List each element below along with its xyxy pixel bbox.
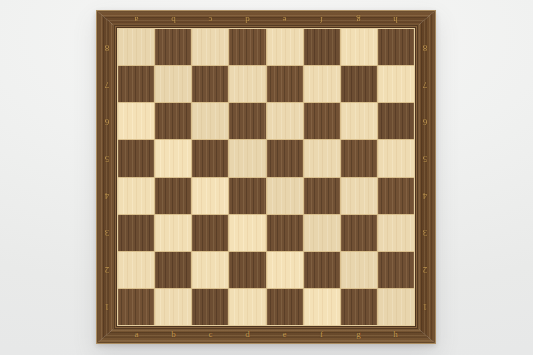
square-f2[interactable]	[304, 252, 340, 288]
square-h5[interactable]	[378, 140, 414, 176]
square-f4[interactable]	[304, 178, 340, 214]
square-g1[interactable]	[341, 289, 377, 325]
square-d3[interactable]	[229, 215, 265, 251]
square-b6[interactable]	[155, 103, 191, 139]
square-h2[interactable]	[378, 252, 414, 288]
square-c6[interactable]	[192, 103, 228, 139]
square-b2[interactable]	[155, 252, 191, 288]
square-f1[interactable]	[304, 289, 340, 325]
square-c7[interactable]	[192, 66, 228, 102]
chess-board: abcdefgh abcdefgh 87654321 87654321	[96, 10, 436, 344]
square-d7[interactable]	[229, 66, 265, 102]
square-b3[interactable]	[155, 215, 191, 251]
square-f7[interactable]	[304, 66, 340, 102]
square-b4[interactable]	[155, 178, 191, 214]
square-a7[interactable]	[118, 66, 154, 102]
board-frame-top-rail	[96, 10, 436, 29]
square-g4[interactable]	[341, 178, 377, 214]
square-c4[interactable]	[192, 178, 228, 214]
square-c3[interactable]	[192, 215, 228, 251]
square-d5[interactable]	[229, 140, 265, 176]
square-g8[interactable]	[341, 29, 377, 65]
square-e2[interactable]	[267, 252, 303, 288]
square-d2[interactable]	[229, 252, 265, 288]
square-c1[interactable]	[192, 289, 228, 325]
square-e5[interactable]	[267, 140, 303, 176]
square-h1[interactable]	[378, 289, 414, 325]
board-frame-bottom-rail	[96, 325, 436, 344]
square-d8[interactable]	[229, 29, 265, 65]
square-f6[interactable]	[304, 103, 340, 139]
board-squares-grid	[118, 29, 414, 325]
square-g5[interactable]	[341, 140, 377, 176]
square-h8[interactable]	[378, 29, 414, 65]
board-frame-left-rail	[96, 10, 118, 344]
square-a2[interactable]	[118, 252, 154, 288]
square-e3[interactable]	[267, 215, 303, 251]
square-g6[interactable]	[341, 103, 377, 139]
square-c5[interactable]	[192, 140, 228, 176]
square-g7[interactable]	[341, 66, 377, 102]
square-g2[interactable]	[341, 252, 377, 288]
square-h4[interactable]	[378, 178, 414, 214]
square-h7[interactable]	[378, 66, 414, 102]
square-f3[interactable]	[304, 215, 340, 251]
square-a8[interactable]	[118, 29, 154, 65]
square-d1[interactable]	[229, 289, 265, 325]
square-b8[interactable]	[155, 29, 191, 65]
board-frame-right-rail	[414, 10, 436, 344]
square-d4[interactable]	[229, 178, 265, 214]
square-h3[interactable]	[378, 215, 414, 251]
square-c8[interactable]	[192, 29, 228, 65]
square-b7[interactable]	[155, 66, 191, 102]
square-a1[interactable]	[118, 289, 154, 325]
square-c2[interactable]	[192, 252, 228, 288]
square-d6[interactable]	[229, 103, 265, 139]
square-a4[interactable]	[118, 178, 154, 214]
square-f5[interactable]	[304, 140, 340, 176]
square-e4[interactable]	[267, 178, 303, 214]
square-e6[interactable]	[267, 103, 303, 139]
square-e7[interactable]	[267, 66, 303, 102]
square-a5[interactable]	[118, 140, 154, 176]
square-e8[interactable]	[267, 29, 303, 65]
square-g3[interactable]	[341, 215, 377, 251]
square-e1[interactable]	[267, 289, 303, 325]
square-h6[interactable]	[378, 103, 414, 139]
square-f8[interactable]	[304, 29, 340, 65]
square-b1[interactable]	[155, 289, 191, 325]
square-a3[interactable]	[118, 215, 154, 251]
square-a6[interactable]	[118, 103, 154, 139]
square-b5[interactable]	[155, 140, 191, 176]
